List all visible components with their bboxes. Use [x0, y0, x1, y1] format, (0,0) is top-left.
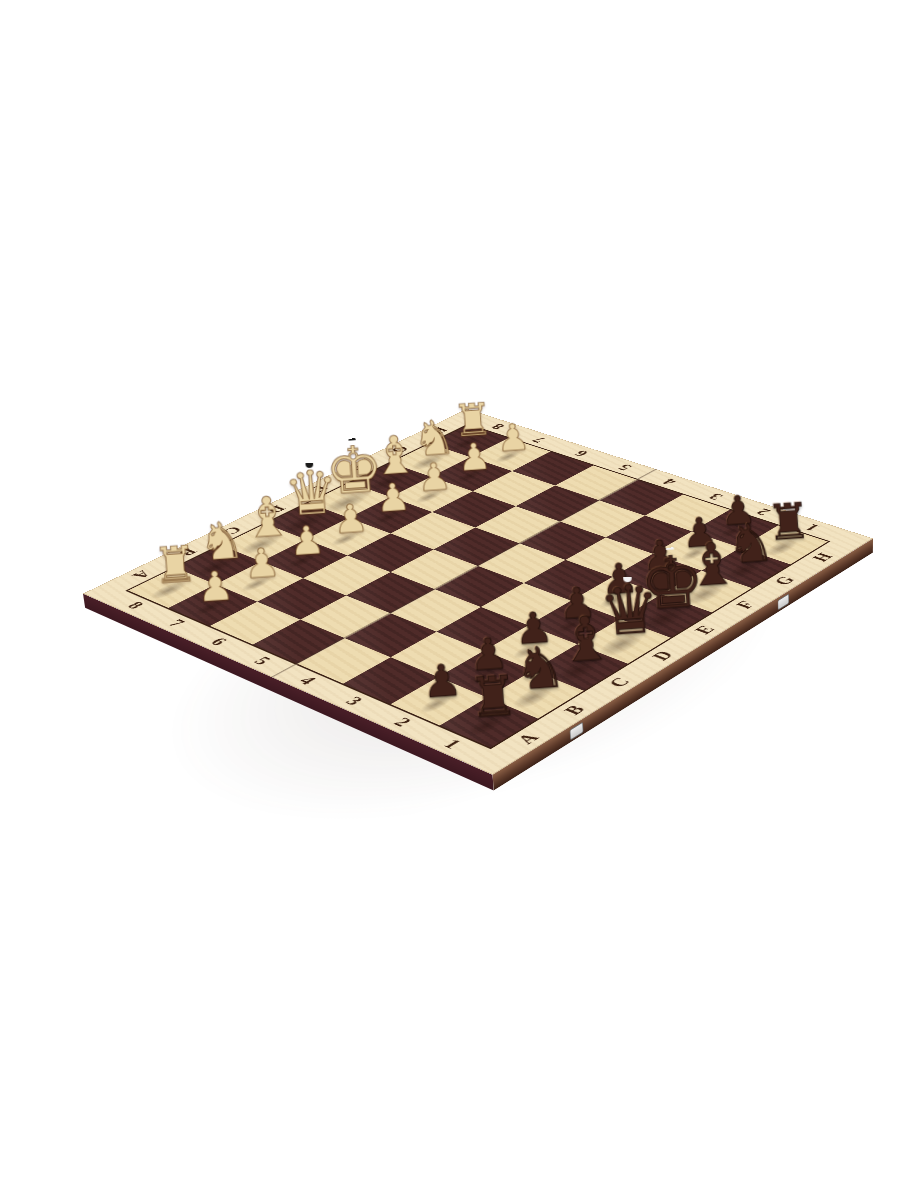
- chess-board: AABBCCDDEEFFGGHH8877665544332211 ♜♞♝♛♚♝♞…: [83, 409, 873, 775]
- piece-light-pawn-a7: ♟: [171, 563, 259, 610]
- king-spire-finial: [348, 430, 356, 441]
- king-spire-finial: [665, 538, 674, 550]
- queen-ball-finial: [623, 573, 632, 582]
- metal-clasp-left: [570, 722, 584, 741]
- metal-clasp-right: [778, 593, 789, 610]
- queen-ball-finial: [305, 460, 313, 468]
- piece-dark-rook-a1: ♜: [444, 667, 542, 729]
- product-photo: AABBCCDDEEFFGGHH8877665544332211 ♜♞♝♛♚♝♞…: [0, 0, 900, 1200]
- scene: AABBCCDDEEFFGGHH8877665544332211 ♜♞♝♛♚♝♞…: [0, 0, 900, 1200]
